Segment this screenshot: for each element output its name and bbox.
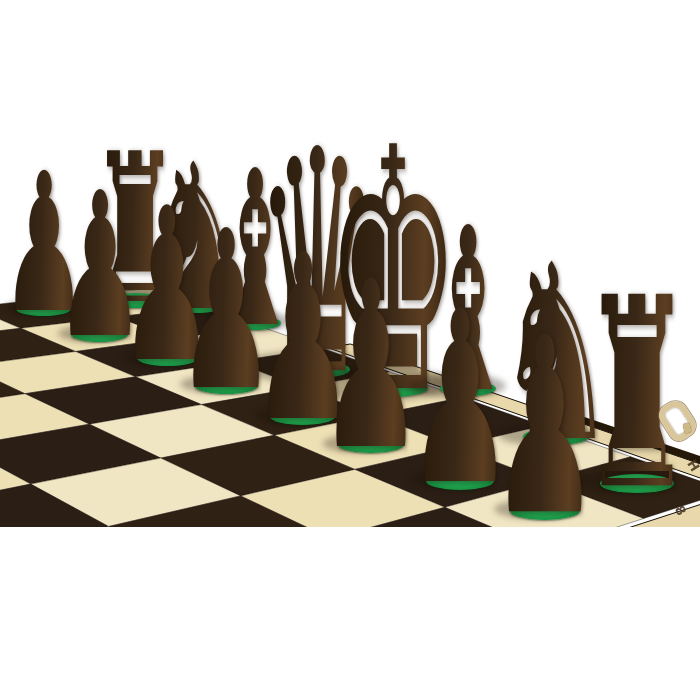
piece-black-pawn-h7: ♟	[490, 305, 599, 527]
product-photo: ♜♞♟♝♟♟♛♟♚♝♟♞♟♟♜♟ H 8	[0, 0, 700, 700]
chess-set-photo: ♜♞♟♝♟♟♛♟♚♝♟♞♟♟♜♟ H 8	[0, 0, 700, 527]
